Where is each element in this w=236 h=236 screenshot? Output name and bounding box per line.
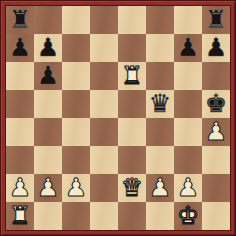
black-pawn[interactable]: ♟: [9, 35, 31, 60]
square-h2[interactable]: [202, 174, 230, 202]
square-h7[interactable]: ♟: [202, 34, 230, 62]
white-pawn[interactable]: ♟: [9, 175, 31, 200]
square-a6[interactable]: [6, 62, 34, 90]
square-b5[interactable]: [34, 90, 62, 118]
square-g7[interactable]: ♟: [174, 34, 202, 62]
black-pawn[interactable]: ♟: [205, 35, 227, 60]
square-g6[interactable]: [174, 62, 202, 90]
square-c7[interactable]: [62, 34, 90, 62]
square-g2[interactable]: ♟: [174, 174, 202, 202]
square-a8[interactable]: ♜: [6, 6, 34, 34]
black-pawn[interactable]: ♟: [37, 63, 59, 88]
white-king[interactable]: ♚: [177, 203, 199, 228]
square-c1[interactable]: [62, 202, 90, 230]
square-a5[interactable]: [6, 90, 34, 118]
square-a2[interactable]: ♟: [6, 174, 34, 202]
black-pawn[interactable]: ♟: [37, 35, 59, 60]
square-e1[interactable]: [118, 202, 146, 230]
white-pawn[interactable]: ♟: [65, 175, 87, 200]
square-e6[interactable]: ♜: [118, 62, 146, 90]
square-a7[interactable]: ♟: [6, 34, 34, 62]
square-g5[interactable]: [174, 90, 202, 118]
square-h6[interactable]: [202, 62, 230, 90]
square-f8[interactable]: [146, 6, 174, 34]
square-a1[interactable]: ♜: [6, 202, 34, 230]
square-c5[interactable]: [62, 90, 90, 118]
square-h3[interactable]: [202, 146, 230, 174]
square-f6[interactable]: [146, 62, 174, 90]
white-queen[interactable]: ♛: [121, 175, 143, 200]
white-pawn[interactable]: ♟: [177, 175, 199, 200]
square-b8[interactable]: [34, 6, 62, 34]
square-a4[interactable]: [6, 118, 34, 146]
black-rook[interactable]: ♜: [205, 7, 227, 32]
square-g1[interactable]: ♚: [174, 202, 202, 230]
square-d7[interactable]: [90, 34, 118, 62]
square-e5[interactable]: [118, 90, 146, 118]
black-king[interactable]: ♚: [205, 91, 227, 116]
square-h5[interactable]: ♚: [202, 90, 230, 118]
chess-board: ♜♜♟♟♟♟♟♜♛♚♟♟♟♟♛♟♟♜♚: [5, 5, 231, 231]
square-e3[interactable]: [118, 146, 146, 174]
square-f2[interactable]: ♟: [146, 174, 174, 202]
square-b2[interactable]: ♟: [34, 174, 62, 202]
black-queen[interactable]: ♛: [149, 91, 171, 116]
square-f1[interactable]: [146, 202, 174, 230]
square-h1[interactable]: [202, 202, 230, 230]
white-pawn[interactable]: ♟: [205, 119, 227, 144]
square-g4[interactable]: [174, 118, 202, 146]
square-c2[interactable]: ♟: [62, 174, 90, 202]
square-g3[interactable]: [174, 146, 202, 174]
square-d8[interactable]: [90, 6, 118, 34]
square-f5[interactable]: ♛: [146, 90, 174, 118]
square-d4[interactable]: [90, 118, 118, 146]
board-frame: ♜♜♟♟♟♟♟♜♛♚♟♟♟♟♛♟♟♜♚: [0, 0, 236, 236]
square-d5[interactable]: [90, 90, 118, 118]
white-pawn[interactable]: ♟: [149, 175, 171, 200]
black-rook[interactable]: ♜: [9, 7, 31, 32]
square-c3[interactable]: [62, 146, 90, 174]
square-c4[interactable]: [62, 118, 90, 146]
black-pawn[interactable]: ♟: [177, 35, 199, 60]
square-f3[interactable]: [146, 146, 174, 174]
white-rook[interactable]: ♜: [121, 63, 143, 88]
square-h8[interactable]: ♜: [202, 6, 230, 34]
square-d3[interactable]: [90, 146, 118, 174]
square-h4[interactable]: ♟: [202, 118, 230, 146]
square-e7[interactable]: [118, 34, 146, 62]
square-b3[interactable]: [34, 146, 62, 174]
square-e2[interactable]: ♛: [118, 174, 146, 202]
square-d6[interactable]: [90, 62, 118, 90]
square-b6[interactable]: ♟: [34, 62, 62, 90]
square-b7[interactable]: ♟: [34, 34, 62, 62]
white-pawn[interactable]: ♟: [37, 175, 59, 200]
square-b4[interactable]: [34, 118, 62, 146]
square-c6[interactable]: [62, 62, 90, 90]
square-a3[interactable]: [6, 146, 34, 174]
square-f4[interactable]: [146, 118, 174, 146]
square-d1[interactable]: [90, 202, 118, 230]
square-e4[interactable]: [118, 118, 146, 146]
square-f7[interactable]: [146, 34, 174, 62]
square-e8[interactable]: [118, 6, 146, 34]
square-c8[interactable]: [62, 6, 90, 34]
square-g8[interactable]: [174, 6, 202, 34]
square-d2[interactable]: [90, 174, 118, 202]
white-rook[interactable]: ♜: [9, 203, 31, 228]
square-b1[interactable]: [34, 202, 62, 230]
